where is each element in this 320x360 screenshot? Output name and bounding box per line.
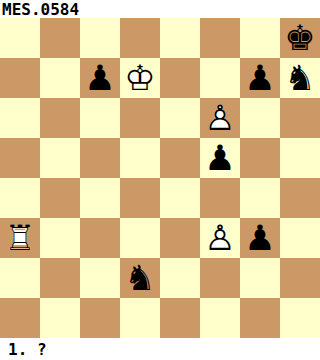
square-d8[interactable]: [120, 18, 160, 58]
square-h4[interactable]: [280, 178, 320, 218]
square-g2[interactable]: [240, 258, 280, 298]
square-h3[interactable]: [280, 218, 320, 258]
square-d1[interactable]: [120, 298, 160, 338]
chess-board: ♚♟♚♔♟♞♟♙♟♜♖♟♙♟♞: [0, 18, 320, 338]
square-a4[interactable]: [0, 178, 40, 218]
black-king-glyph: ♚: [280, 18, 320, 58]
square-b6[interactable]: [40, 98, 80, 138]
square-c5[interactable]: [80, 138, 120, 178]
square-b5[interactable]: [40, 138, 80, 178]
square-c6[interactable]: [80, 98, 120, 138]
square-f1[interactable]: [200, 298, 240, 338]
white-rook-piece: ♜♖: [0, 218, 40, 258]
square-g4[interactable]: [240, 178, 280, 218]
white-king-piece: ♚♔: [120, 58, 160, 98]
black-knight-glyph: ♞: [120, 258, 160, 298]
black-king-piece: ♚: [280, 18, 320, 58]
square-b3[interactable]: [40, 218, 80, 258]
black-pawn-piece: ♟: [240, 58, 280, 98]
square-e5[interactable]: [160, 138, 200, 178]
black-knight-glyph: ♞: [280, 58, 320, 98]
square-d3[interactable]: [120, 218, 160, 258]
white-rook-glyph: ♜: [0, 218, 40, 258]
square-b8[interactable]: [40, 18, 80, 58]
square-c1[interactable]: [80, 298, 120, 338]
square-f7[interactable]: [200, 58, 240, 98]
square-c4[interactable]: [80, 178, 120, 218]
square-e3[interactable]: [160, 218, 200, 258]
move-prompt: 1. ?: [0, 338, 320, 360]
square-c3[interactable]: [80, 218, 120, 258]
square-a8[interactable]: [0, 18, 40, 58]
square-c8[interactable]: [80, 18, 120, 58]
black-knight-piece: ♞: [120, 258, 160, 298]
white-pawn-outline-glyph: ♙: [200, 218, 240, 258]
white-pawn-glyph: ♟: [200, 98, 240, 138]
square-e2[interactable]: [160, 258, 200, 298]
square-h7[interactable]: ♞: [280, 58, 320, 98]
square-f5[interactable]: ♟: [200, 138, 240, 178]
square-a6[interactable]: [0, 98, 40, 138]
square-b7[interactable]: [40, 58, 80, 98]
square-g3[interactable]: ♟: [240, 218, 280, 258]
black-pawn-piece: ♟: [200, 138, 240, 178]
square-f2[interactable]: [200, 258, 240, 298]
square-f6[interactable]: ♟♙: [200, 98, 240, 138]
square-h6[interactable]: [280, 98, 320, 138]
square-d6[interactable]: [120, 98, 160, 138]
square-b1[interactable]: [40, 298, 80, 338]
black-pawn-glyph: ♟: [240, 218, 280, 258]
black-knight-piece: ♞: [280, 58, 320, 98]
black-pawn-glyph: ♟: [200, 138, 240, 178]
square-b2[interactable]: [40, 258, 80, 298]
square-d5[interactable]: [120, 138, 160, 178]
white-king-outline-glyph: ♔: [120, 58, 160, 98]
square-f3[interactable]: ♟♙: [200, 218, 240, 258]
square-g8[interactable]: [240, 18, 280, 58]
square-e7[interactable]: [160, 58, 200, 98]
square-c7[interactable]: ♟: [80, 58, 120, 98]
square-b4[interactable]: [40, 178, 80, 218]
square-a5[interactable]: [0, 138, 40, 178]
white-pawn-piece: ♟♙: [200, 98, 240, 138]
square-e8[interactable]: [160, 18, 200, 58]
white-pawn-piece: ♟♙: [200, 218, 240, 258]
square-a7[interactable]: [0, 58, 40, 98]
square-e4[interactable]: [160, 178, 200, 218]
square-g5[interactable]: [240, 138, 280, 178]
square-f8[interactable]: [200, 18, 240, 58]
square-h2[interactable]: [280, 258, 320, 298]
white-rook-outline-glyph: ♖: [0, 218, 40, 258]
square-a2[interactable]: [0, 258, 40, 298]
black-pawn-glyph: ♟: [240, 58, 280, 98]
square-d7[interactable]: ♚♔: [120, 58, 160, 98]
white-king-glyph: ♚: [120, 58, 160, 98]
square-e1[interactable]: [160, 298, 200, 338]
square-g6[interactable]: [240, 98, 280, 138]
black-pawn-piece: ♟: [240, 218, 280, 258]
white-pawn-outline-glyph: ♙: [200, 98, 240, 138]
square-h8[interactable]: ♚: [280, 18, 320, 58]
square-h1[interactable]: [280, 298, 320, 338]
square-g7[interactable]: ♟: [240, 58, 280, 98]
square-g1[interactable]: [240, 298, 280, 338]
diagram-title: MES.0584: [0, 0, 320, 18]
white-pawn-glyph: ♟: [200, 218, 240, 258]
square-d4[interactable]: [120, 178, 160, 218]
square-c2[interactable]: [80, 258, 120, 298]
square-a1[interactable]: [0, 298, 40, 338]
square-d2[interactable]: ♞: [120, 258, 160, 298]
square-a3[interactable]: ♜♖: [0, 218, 40, 258]
square-f4[interactable]: [200, 178, 240, 218]
square-h5[interactable]: [280, 138, 320, 178]
black-pawn-glyph: ♟: [80, 58, 120, 98]
square-e6[interactable]: [160, 98, 200, 138]
black-pawn-piece: ♟: [80, 58, 120, 98]
